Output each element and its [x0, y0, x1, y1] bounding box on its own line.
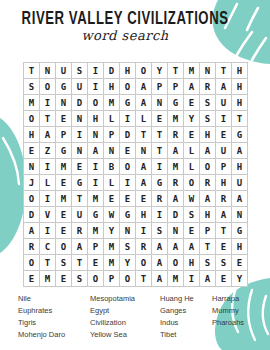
grid-cell-r14c3: E: [56, 271, 72, 287]
grid-cell-r4c6: L: [104, 111, 120, 127]
grid-cell-r6c7: E: [120, 143, 136, 159]
grid-cell-r14c4: S: [72, 271, 88, 287]
grid-cell-r14c6: P: [104, 271, 120, 287]
grid-cell-r8c11: O: [184, 175, 200, 191]
grid-cell-r3c12: S: [200, 95, 216, 111]
grid-cell-r10c10: D: [168, 207, 184, 223]
grid-cell-r7c4: E: [72, 159, 88, 175]
grid-cell-r8c14: U: [232, 175, 248, 191]
word-bank-item: Pharoahs: [212, 317, 262, 329]
page-subtitle: word search: [0, 28, 250, 43]
grid-cell-r13c6: M: [104, 255, 120, 271]
grid-cell-r7c13: P: [216, 159, 232, 175]
grid-cell-r13c9: A: [152, 255, 168, 271]
word-bank-item: Mummy: [212, 305, 262, 317]
grid-cell-r10c4: U: [72, 207, 88, 223]
grid-cell-r3c3: N: [56, 95, 72, 111]
grid-cell-r13c12: S: [200, 255, 216, 271]
grid-cell-r5c1: H: [24, 127, 40, 143]
grid-cell-r9c3: M: [56, 191, 72, 207]
grid-cell-r13c14: E: [232, 255, 248, 271]
grid-cell-r10c9: I: [152, 207, 168, 223]
grid-cell-r6c11: L: [184, 143, 200, 159]
grid-cell-r1c11: M: [184, 63, 200, 79]
word-search-grid: TNUSIDHOYTMNTHSOGUIHOAPPARAHMINDOMGANGES…: [23, 62, 248, 287]
grid-cell-r2c10: P: [168, 79, 184, 95]
grid-cell-r2c3: G: [56, 79, 72, 95]
grid-cell-r11c7: N: [120, 223, 136, 239]
grid-cell-r8c7: I: [120, 175, 136, 191]
word-bank-item: Indus: [160, 317, 212, 329]
grid-cell-r7c10: M: [168, 159, 184, 175]
grid-cell-r1c10: T: [168, 63, 184, 79]
grid-cell-r6c6: N: [104, 143, 120, 159]
grid-cell-r11c8: I: [136, 223, 152, 239]
grid-cell-r12c11: A: [184, 239, 200, 255]
grid-cell-r12c7: S: [120, 239, 136, 255]
grid-cell-r4c13: I: [216, 111, 232, 127]
grid-cell-r13c10: O: [168, 255, 184, 271]
grid-cell-r7c14: H: [232, 159, 248, 175]
grid-cell-r9c11: W: [184, 191, 200, 207]
grid-cell-r9c2: I: [40, 191, 56, 207]
word-bank-item: Mesopotamia: [90, 293, 160, 305]
grid-cell-r2c12: R: [200, 79, 216, 95]
grid-cell-r7c3: M: [56, 159, 72, 175]
grid-cell-r7c2: I: [40, 159, 56, 175]
word-bank-column-1: NileEuphratesTigrisMohenjo Daro: [18, 293, 90, 341]
grid-cell-r1c8: O: [136, 63, 152, 79]
grid-cell-r11c13: T: [216, 223, 232, 239]
word-bank-item: Civilization: [90, 317, 160, 329]
grid-cell-r1c7: H: [120, 63, 136, 79]
grid-cell-r8c8: A: [136, 175, 152, 191]
grid-cell-r5c2: A: [40, 127, 56, 143]
grid-cell-r10c5: G: [88, 207, 104, 223]
grid-cell-r8c5: I: [88, 175, 104, 191]
grid-cell-r4c11: Y: [184, 111, 200, 127]
grid-cell-r12c12: T: [200, 239, 216, 255]
grid-cell-r5c4: I: [72, 127, 88, 143]
grid-cell-r11c12: P: [200, 223, 216, 239]
grid-cell-r6c14: A: [232, 143, 248, 159]
grid-cell-r7c6: B: [104, 159, 120, 175]
grid-cell-r14c5: O: [88, 271, 104, 287]
grid-cell-r14c7: O: [120, 271, 136, 287]
grid-cell-r1c5: I: [88, 63, 104, 79]
grid-cell-r13c5: E: [88, 255, 104, 271]
grid-cell-r6c13: U: [216, 143, 232, 159]
grid-cell-r12c6: M: [104, 239, 120, 255]
grid-cell-r3c9: N: [152, 95, 168, 111]
grid-cell-r3c2: I: [40, 95, 56, 111]
word-bank-item: Tibet: [160, 329, 212, 341]
grid-cell-r10c14: N: [232, 207, 248, 223]
grid-cell-r7c7: O: [120, 159, 136, 175]
grid-cell-r13c3: S: [56, 255, 72, 271]
grid-cell-r1c1: T: [24, 63, 40, 79]
grid-cell-r14c13: E: [216, 271, 232, 287]
grid-cell-r11c5: M: [88, 223, 104, 239]
grid-cell-r6c5: A: [88, 143, 104, 159]
grid-cell-r11c10: N: [168, 223, 184, 239]
grid-cell-r3c5: O: [88, 95, 104, 111]
grid-cell-r6c4: N: [72, 143, 88, 159]
grid-cell-r10c3: E: [56, 207, 72, 223]
grid-cell-r1c6: D: [104, 63, 120, 79]
grid-cell-r13c1: O: [24, 255, 40, 271]
grid-cell-r4c8: L: [136, 111, 152, 127]
grid-cell-r2c9: P: [152, 79, 168, 95]
grid-cell-r1c9: Y: [152, 63, 168, 79]
grid-cell-r1c2: N: [40, 63, 56, 79]
grid-cell-r11c2: I: [40, 223, 56, 239]
grid-cell-r10c2: V: [40, 207, 56, 223]
grid-cell-r8c9: G: [152, 175, 168, 191]
grid-cell-r9c1: O: [24, 191, 40, 207]
grid-cell-r6c9: T: [152, 143, 168, 159]
grid-cell-r11c1: A: [24, 223, 40, 239]
word-bank-item: Ganges: [160, 305, 212, 317]
grid-cell-r9c10: A: [168, 191, 184, 207]
grid-cell-r6c8: N: [136, 143, 152, 159]
grid-cell-r3c4: D: [72, 95, 88, 111]
grid-cell-r8c3: E: [56, 175, 72, 191]
grid-cell-r5c5: N: [88, 127, 104, 143]
grid-cell-r7c11: L: [184, 159, 200, 175]
grid-cell-r12c8: R: [136, 239, 152, 255]
grid-cell-r5c13: E: [216, 127, 232, 143]
grid-cell-r3c13: U: [216, 95, 232, 111]
word-bank-item: Tigris: [18, 317, 90, 329]
word-bank-item: Harrapa: [212, 293, 262, 305]
grid-cell-r8c4: G: [72, 175, 88, 191]
grid-cell-r3c10: G: [168, 95, 184, 111]
grid-cell-r4c3: E: [56, 111, 72, 127]
grid-cell-r12c13: E: [216, 239, 232, 255]
word-bank-column-2: MesopotamiaEgyptCivilizationYellow Sea: [90, 293, 160, 341]
grid-cell-r5c11: E: [184, 127, 200, 143]
grid-cell-r2c2: O: [40, 79, 56, 95]
grid-cell-r1c12: N: [200, 63, 216, 79]
grid-cell-r10c6: W: [104, 207, 120, 223]
grid-cell-r5c14: G: [232, 127, 248, 143]
grid-cell-r14c9: A: [152, 271, 168, 287]
grid-cell-r14c12: A: [200, 271, 216, 287]
grid-cell-r10c13: A: [216, 207, 232, 223]
grid-cell-r14c14: Y: [232, 271, 248, 287]
grid-cell-r4c7: I: [120, 111, 136, 127]
grid-cell-r14c1: E: [24, 271, 40, 287]
grid-cell-r2c6: H: [104, 79, 120, 95]
grid-cell-r5c9: T: [152, 127, 168, 143]
word-bank-column-3: Huang HeGangesIndusTibet: [160, 293, 212, 341]
grid-cell-r8c1: J: [24, 175, 40, 191]
grid-cell-r11c6: Y: [104, 223, 120, 239]
grid-cell-r3c1: M: [24, 95, 40, 111]
grid-cell-r12c10: A: [168, 239, 184, 255]
worksheet-page: RIVER VALLEY CIVILIZATIONS word search T…: [0, 0, 270, 350]
grid-cell-r12c3: O: [56, 239, 72, 255]
grid-cell-r13c8: O: [136, 255, 152, 271]
grid-cell-r10c1: D: [24, 207, 40, 223]
grid-cell-r2c5: I: [88, 79, 104, 95]
grid-cell-r3c11: E: [184, 95, 200, 111]
grid-cell-r2c11: A: [184, 79, 200, 95]
grid-cell-r12c4: A: [72, 239, 88, 255]
grid-cell-r11c14: G: [232, 223, 248, 239]
grid-cell-r9c7: E: [120, 191, 136, 207]
grid-cell-r5c10: R: [168, 127, 184, 143]
grid-cell-r6c1: E: [24, 143, 40, 159]
grid-cell-r8c13: H: [216, 175, 232, 191]
grid-cell-r1c3: U: [56, 63, 72, 79]
grid-cell-r4c1: O: [24, 111, 40, 127]
grid-cell-r3c8: A: [136, 95, 152, 111]
grid-cell-r2c7: O: [120, 79, 136, 95]
word-bank-column-4: HarrapaMummyPharoahs: [212, 293, 262, 341]
grid-cell-r7c12: O: [200, 159, 216, 175]
grid-cell-r6c2: Z: [40, 143, 56, 159]
grid-cell-r2c14: H: [232, 79, 248, 95]
header: RIVER VALLEY CIVILIZATIONS word search: [0, 6, 250, 43]
word-bank-item: Huang He: [160, 293, 212, 305]
grid-cell-r2c13: A: [216, 79, 232, 95]
word-bank-item: Euphrates: [18, 305, 90, 317]
grid-cell-r9c14: A: [232, 191, 248, 207]
grid-cell-r11c4: R: [72, 223, 88, 239]
grid-cell-r4c4: N: [72, 111, 88, 127]
grid-cell-r10c7: G: [120, 207, 136, 223]
grid-cell-r5c3: P: [56, 127, 72, 143]
grid-cell-r14c10: M: [168, 271, 184, 287]
word-bank: NileEuphratesTigrisMohenjo DaroMesopotam…: [18, 293, 262, 341]
grid-cell-r1c14: H: [232, 63, 248, 79]
grid-cell-r7c5: I: [88, 159, 104, 175]
grid-cell-r3c7: G: [120, 95, 136, 111]
grid-cell-r5c12: H: [200, 127, 216, 143]
grid-cell-r14c11: I: [184, 271, 200, 287]
word-bank-item: Yellow Sea: [90, 329, 160, 341]
grid-cell-r2c8: A: [136, 79, 152, 95]
grid-cell-r3c14: H: [232, 95, 248, 111]
grid-cell-r13c13: S: [216, 255, 232, 271]
word-bank-item: Mohenjo Daro: [18, 329, 90, 341]
grid-cell-r4c10: M: [168, 111, 184, 127]
grid-cell-r3c6: M: [104, 95, 120, 111]
grid-cell-r9c6: E: [104, 191, 120, 207]
grid-cell-r10c11: S: [184, 207, 200, 223]
grid-cell-r2c4: U: [72, 79, 88, 95]
grid-cell-r5c8: T: [136, 127, 152, 143]
grid-cell-r5c7: D: [120, 127, 136, 143]
grid-cell-r10c8: H: [136, 207, 152, 223]
grid-cell-r4c12: S: [200, 111, 216, 127]
grid-cell-r4c9: E: [152, 111, 168, 127]
grid-cell-r1c4: S: [72, 63, 88, 79]
grid-cell-r6c10: A: [168, 143, 184, 159]
grid-cell-r12c14: H: [232, 239, 248, 255]
grid-cell-r14c2: M: [40, 271, 56, 287]
grid-cell-r2c1: S: [24, 79, 40, 95]
grid-cell-r9c13: R: [216, 191, 232, 207]
grid-cell-r13c2: T: [40, 255, 56, 271]
grid-cell-r8c10: R: [168, 175, 184, 191]
grid-cell-r5c6: P: [104, 127, 120, 143]
grid-cell-r11c3: E: [56, 223, 72, 239]
grid-cell-r10c12: H: [200, 207, 216, 223]
grid-cell-r12c9: A: [152, 239, 168, 255]
grid-cell-r9c9: R: [152, 191, 168, 207]
grid-cell-r1c13: T: [216, 63, 232, 79]
grid-cell-r9c12: A: [200, 191, 216, 207]
grid-cell-r8c12: R: [200, 175, 216, 191]
grid-cell-r13c4: T: [72, 255, 88, 271]
grid-cell-r12c1: R: [24, 239, 40, 255]
grid-cell-r4c5: H: [88, 111, 104, 127]
grid-cell-r6c3: G: [56, 143, 72, 159]
word-bank-item: Egypt: [90, 305, 160, 317]
grid-cell-r4c2: T: [40, 111, 56, 127]
word-bank-item: Nile: [18, 293, 90, 305]
grid-cell-r7c1: N: [24, 159, 40, 175]
grid-cell-r9c5: M: [88, 191, 104, 207]
grid-cell-r7c9: I: [152, 159, 168, 175]
grid-cell-r12c2: C: [40, 239, 56, 255]
grid-cell-r13c7: Y: [120, 255, 136, 271]
grid-cell-r7c8: A: [136, 159, 152, 175]
grid-cell-r4c14: T: [232, 111, 248, 127]
grid-cell-r11c9: S: [152, 223, 168, 239]
grid-cell-r13c11: H: [184, 255, 200, 271]
grid-cell-r14c8: T: [136, 271, 152, 287]
grid-cell-r6c12: A: [200, 143, 216, 159]
page-title: RIVER VALLEY CIVILIZATIONS: [22, 7, 229, 28]
grid-cell-r9c8: E: [136, 191, 152, 207]
grid-cell-r11c11: E: [184, 223, 200, 239]
grid-cell-r8c6: L: [104, 175, 120, 191]
grid-cell-r12c5: P: [88, 239, 104, 255]
grid-cell-r8c2: L: [40, 175, 56, 191]
grid-cell-r9c4: T: [72, 191, 88, 207]
